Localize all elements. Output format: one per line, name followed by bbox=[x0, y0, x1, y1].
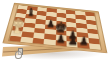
board-frame: ♝♟♚♚♟♟♟♟♟ bbox=[2, 3, 107, 54]
square-d1 bbox=[44, 39, 56, 45]
clasp-hook-ring bbox=[15, 51, 22, 59]
square-g1: ♟ bbox=[78, 42, 90, 49]
square-f1: ♟ bbox=[66, 41, 78, 47]
square-c1 bbox=[32, 38, 44, 44]
product-photo[interactable]: ♝♟♚♚♟♟♟♟♟ bbox=[0, 0, 108, 75]
piece-black-pawn-f1: ♟ bbox=[67, 34, 78, 46]
piece-black-bishop-b6: ♝ bbox=[26, 7, 36, 18]
board-grid: ♝♟♚♚♟♟♟♟♟ bbox=[9, 5, 100, 49]
piece-black-pawn-g1: ♟ bbox=[79, 36, 89, 47]
square-e1: ♟ bbox=[55, 40, 66, 46]
piece-black-pawn-e1: ♟ bbox=[56, 34, 66, 45]
square-b1 bbox=[21, 37, 33, 43]
piece-white-pawn-a2: ♟ bbox=[12, 25, 21, 35]
chess-board: ♝♟♚♚♟♟♟♟♟ bbox=[2, 3, 107, 54]
latch-clasp-icon bbox=[14, 48, 24, 58]
